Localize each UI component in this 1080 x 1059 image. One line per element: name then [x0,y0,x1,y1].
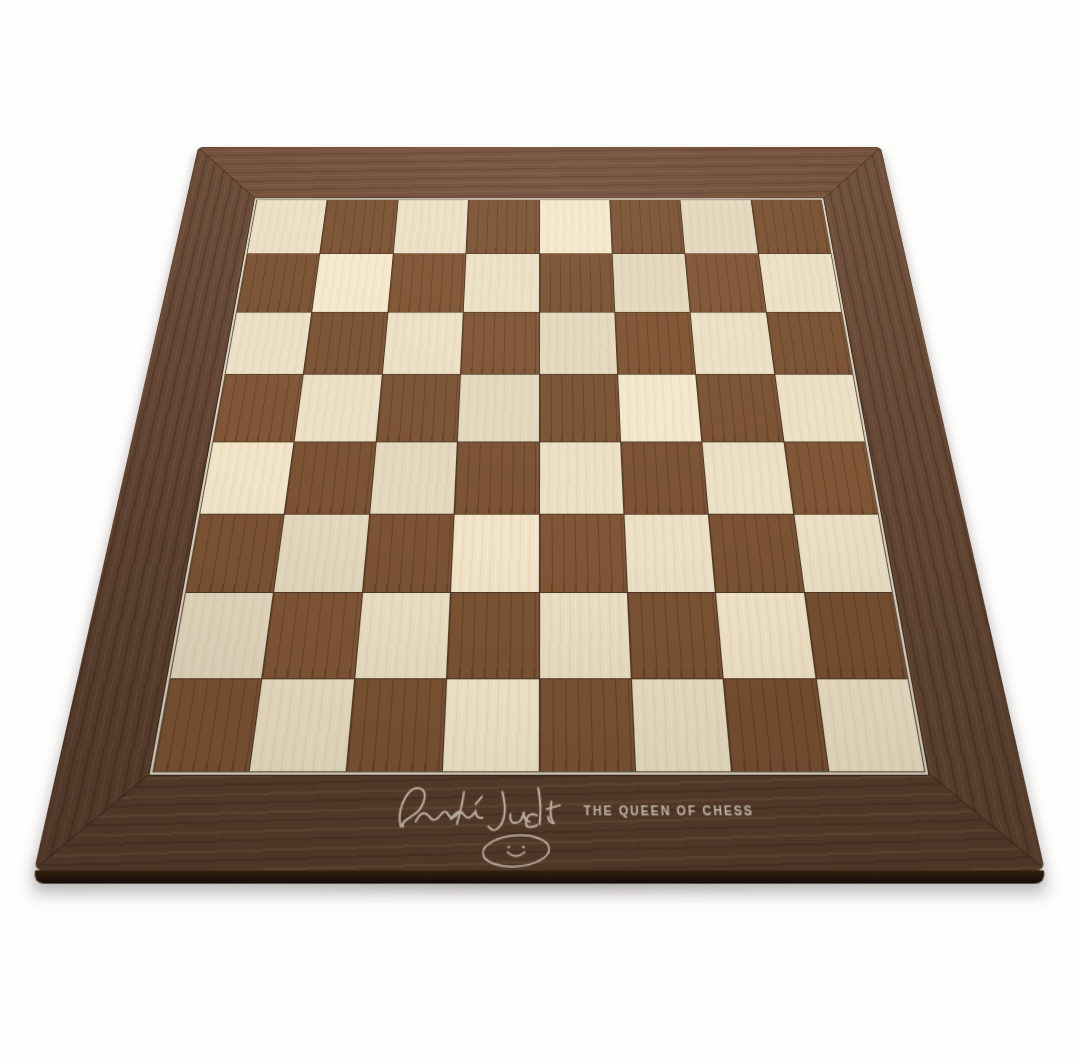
square-g6 [691,312,774,374]
tagline-text: THE QUEEN OF CHESS [583,804,754,818]
square-e7 [540,254,615,311]
chess-board: THE QUEEN OF CHESS [34,147,1045,871]
square-h1 [816,679,924,771]
square-h2 [805,593,908,678]
square-c6 [383,312,463,374]
square-b2 [263,593,362,678]
square-a5 [214,375,304,441]
square-e8 [540,200,612,253]
square-g4 [703,442,793,514]
square-f6 [615,312,695,374]
square-a7 [237,254,320,311]
square-e1 [540,679,635,771]
square-c8 [393,200,468,253]
square-d7 [464,254,539,311]
square-h7 [759,254,841,311]
square-g2 [716,593,815,678]
branding-signature-block: THE QUEEN OF CHESS [386,777,759,870]
square-b4 [285,442,375,514]
square-c4 [370,442,457,514]
square-e3 [540,515,627,593]
square-a4 [200,442,294,514]
square-c3 [363,515,454,593]
square-d2 [447,593,538,678]
square-h4 [784,442,877,514]
square-f4 [621,442,708,514]
square-f8 [610,200,685,253]
board-frame: THE QUEEN OF CHESS [34,147,1045,871]
square-d1 [443,679,538,771]
square-c2 [355,593,450,678]
square-c7 [388,254,465,311]
board-grid [154,200,924,771]
square-d4 [455,442,539,514]
square-g3 [709,515,803,593]
square-d8 [466,200,538,253]
square-g7 [686,254,766,311]
product-photo-scene: THE QUEEN OF CHESS [0,0,1080,1059]
square-h6 [766,312,852,374]
smiley-icon [481,833,550,869]
square-b6 [304,312,387,374]
square-c5 [377,375,461,441]
square-b3 [274,515,368,593]
square-f5 [618,375,701,441]
square-g5 [696,375,783,441]
square-g8 [681,200,758,253]
square-b1 [250,679,354,771]
board-side-edge [32,870,1047,883]
square-h8 [751,200,830,253]
square-c1 [347,679,446,771]
square-d5 [458,375,539,441]
square-a6 [226,312,312,374]
square-e2 [540,593,631,678]
square-d3 [451,515,538,593]
square-f1 [632,679,731,771]
square-f7 [613,254,690,311]
square-h3 [794,515,892,593]
square-d6 [461,312,539,374]
square-g1 [724,679,828,771]
square-h5 [775,375,865,441]
square-b8 [320,200,397,253]
square-a8 [247,200,326,253]
signature-autograph [386,777,572,870]
square-a2 [171,593,274,678]
square-e5 [540,375,620,441]
square-e4 [540,442,624,514]
square-a1 [154,679,262,771]
square-e6 [540,312,617,374]
square-f3 [624,515,715,593]
square-a3 [186,515,284,593]
square-b5 [295,375,382,441]
square-f2 [628,593,723,678]
square-b7 [313,254,393,311]
